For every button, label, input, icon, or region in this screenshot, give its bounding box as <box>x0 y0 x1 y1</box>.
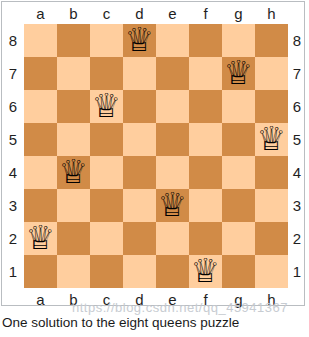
square-c2[interactable] <box>90 222 123 255</box>
square-e7[interactable] <box>156 57 189 90</box>
square-d6[interactable] <box>123 90 156 123</box>
square-h8[interactable] <box>255 24 288 57</box>
square-f3[interactable] <box>189 189 222 222</box>
rank-label-left-7: 7 <box>2 57 24 90</box>
corner-spacer <box>2 288 24 307</box>
square-a6[interactable] <box>24 90 57 123</box>
rank-label-left-1: 1 <box>2 255 24 288</box>
white-queen-icon: ♕ <box>191 254 221 287</box>
square-c4[interactable] <box>90 156 123 189</box>
file-label-bottom-a: a <box>24 288 57 307</box>
square-a8[interactable] <box>24 24 57 57</box>
rank-label-right-6: 6 <box>288 90 306 123</box>
chessboard: abcdefgh8♕87♕76♕65♕54♕43♕32♕21♕1abcdefgh <box>2 2 304 305</box>
rank-label-right-8: 8 <box>288 24 306 57</box>
square-f7[interactable] <box>189 57 222 90</box>
rank-label-right-3: 3 <box>288 189 306 222</box>
square-f8[interactable] <box>189 24 222 57</box>
square-b4[interactable]: ♕ <box>57 156 90 189</box>
file-label-top-e: e <box>156 2 189 24</box>
white-queen-icon: ♕ <box>92 89 122 122</box>
square-h4[interactable] <box>255 156 288 189</box>
square-d3[interactable] <box>123 189 156 222</box>
square-c3[interactable] <box>90 189 123 222</box>
square-c5[interactable] <box>90 123 123 156</box>
square-g7[interactable]: ♕ <box>222 57 255 90</box>
square-b7[interactable] <box>57 57 90 90</box>
square-e8[interactable] <box>156 24 189 57</box>
square-e5[interactable] <box>156 123 189 156</box>
corner-spacer <box>288 288 306 307</box>
corner-spacer <box>288 2 306 24</box>
rank-label-left-2: 2 <box>2 222 24 255</box>
square-g3[interactable] <box>222 189 255 222</box>
square-c6[interactable]: ♕ <box>90 90 123 123</box>
rank-label-right-1: 1 <box>288 255 306 288</box>
rank-label-right-7: 7 <box>288 57 306 90</box>
square-f5[interactable] <box>189 123 222 156</box>
square-g4[interactable] <box>222 156 255 189</box>
rank-label-left-6: 6 <box>2 90 24 123</box>
square-a1[interactable] <box>24 255 57 288</box>
square-b3[interactable] <box>57 189 90 222</box>
watermark: https://blog.csdn.net/qq_45941367 <box>72 300 288 315</box>
square-d7[interactable] <box>123 57 156 90</box>
file-label-top-c: c <box>90 2 123 24</box>
square-g5[interactable] <box>222 123 255 156</box>
square-h2[interactable] <box>255 222 288 255</box>
white-queen-icon: ♕ <box>224 56 254 89</box>
white-queen-icon: ♕ <box>59 155 89 188</box>
square-g2[interactable] <box>222 222 255 255</box>
corner-spacer <box>2 2 24 24</box>
square-g1[interactable] <box>222 255 255 288</box>
rank-label-left-5: 5 <box>2 123 24 156</box>
square-d1[interactable] <box>123 255 156 288</box>
rank-label-right-2: 2 <box>288 222 306 255</box>
caption: One solution to the eight queens puzzle <box>2 313 239 333</box>
square-e3[interactable]: ♕ <box>156 189 189 222</box>
white-queen-icon: ♕ <box>125 23 155 56</box>
file-label-top-a: a <box>24 2 57 24</box>
square-g6[interactable] <box>222 90 255 123</box>
square-e1[interactable] <box>156 255 189 288</box>
white-queen-icon: ♕ <box>158 188 188 221</box>
square-a5[interactable] <box>24 123 57 156</box>
white-queen-icon: ♕ <box>257 122 287 155</box>
file-label-top-g: g <box>222 2 255 24</box>
rank-label-left-4: 4 <box>2 156 24 189</box>
square-a7[interactable] <box>24 57 57 90</box>
square-d4[interactable] <box>123 156 156 189</box>
square-h1[interactable] <box>255 255 288 288</box>
square-b6[interactable] <box>57 90 90 123</box>
square-e6[interactable] <box>156 90 189 123</box>
square-h5[interactable]: ♕ <box>255 123 288 156</box>
rank-label-right-5: 5 <box>288 123 306 156</box>
white-queen-icon: ♕ <box>26 221 56 254</box>
square-c8[interactable] <box>90 24 123 57</box>
file-label-top-b: b <box>57 2 90 24</box>
square-b8[interactable] <box>57 24 90 57</box>
square-c1[interactable] <box>90 255 123 288</box>
square-h3[interactable] <box>255 189 288 222</box>
square-b2[interactable] <box>57 222 90 255</box>
page: abcdefgh8♕87♕76♕65♕54♕43♕32♕21♕1abcdefgh… <box>0 0 309 337</box>
chessboard-frame: abcdefgh8♕87♕76♕65♕54♕43♕32♕21♕1abcdefgh <box>1 1 305 306</box>
square-d2[interactable] <box>123 222 156 255</box>
square-b1[interactable] <box>57 255 90 288</box>
rank-label-left-8: 8 <box>2 24 24 57</box>
file-label-top-f: f <box>189 2 222 24</box>
square-f6[interactable] <box>189 90 222 123</box>
rank-label-right-4: 4 <box>288 156 306 189</box>
square-d8[interactable]: ♕ <box>123 24 156 57</box>
square-f1[interactable]: ♕ <box>189 255 222 288</box>
square-a2[interactable]: ♕ <box>24 222 57 255</box>
square-e2[interactable] <box>156 222 189 255</box>
square-h7[interactable] <box>255 57 288 90</box>
file-label-top-h: h <box>255 2 288 24</box>
square-f4[interactable] <box>189 156 222 189</box>
square-a4[interactable] <box>24 156 57 189</box>
square-d5[interactable] <box>123 123 156 156</box>
rank-label-left-3: 3 <box>2 189 24 222</box>
